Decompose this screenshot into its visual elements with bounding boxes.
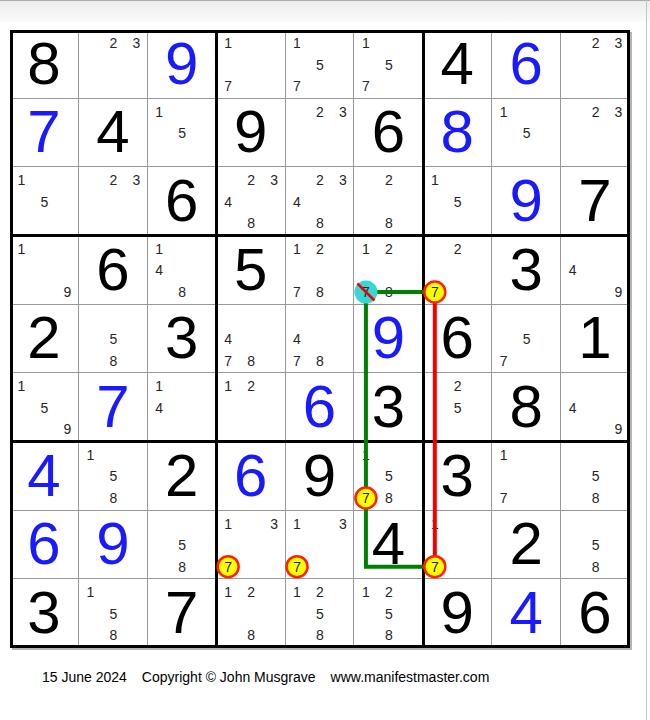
cell-r7c6[interactable]: 158 — [354, 442, 423, 511]
cell-r9c1[interactable]: 3 — [10, 579, 79, 648]
cell-r6c3[interactable]: 14 — [148, 373, 217, 442]
candidate-1: 1 — [358, 584, 374, 600]
cell-r5c6[interactable]: 9 — [354, 305, 423, 374]
cell-r8c4[interactable]: 13 — [217, 511, 286, 580]
cell-value: 3 — [10, 579, 78, 647]
cell-r2c8[interactable]: 15 — [492, 99, 561, 168]
candidate-2: 2 — [450, 378, 466, 394]
candidate-9: 9 — [59, 421, 75, 437]
cell-value: 9 — [148, 30, 216, 98]
candidate-1: 1 — [220, 35, 236, 51]
candidate-1: 1 — [358, 241, 374, 257]
candidate-8: 8 — [381, 284, 397, 300]
cell-value: 3 — [148, 305, 216, 373]
cell-r7c5[interactable]: 9 — [286, 442, 355, 511]
candidate-1: 1 — [13, 378, 29, 394]
candidate-7: 7 — [289, 78, 305, 94]
cell-r8c9[interactable]: 58 — [561, 511, 630, 580]
candidate-5: 5 — [36, 400, 52, 416]
cell-r7c9[interactable]: 58 — [561, 442, 630, 511]
candidate-3: 3 — [611, 35, 627, 51]
cell-r6c4[interactable]: 12 — [217, 373, 286, 442]
candidate-1: 1 — [82, 447, 98, 463]
sudoku-board-area: 8239171571574623741592368152315236234823… — [10, 30, 630, 648]
candidate-8: 8 — [174, 559, 190, 575]
cell-r4c9[interactable]: 49 — [561, 236, 630, 305]
candidate-4: 4 — [151, 400, 167, 416]
cell-value: 9 — [217, 99, 285, 167]
cell-r9c3[interactable]: 7 — [148, 579, 217, 648]
cell-r1c5[interactable]: 157 — [286, 30, 355, 99]
candidate-1: 1 — [220, 378, 236, 394]
candidate-7: 7 — [358, 78, 374, 94]
cell-value: 9 — [423, 579, 491, 647]
candidate-5: 5 — [174, 125, 190, 141]
candidate-3: 3 — [266, 172, 282, 188]
candidate-7: 7 — [496, 490, 512, 506]
candidate-5: 5 — [450, 194, 466, 210]
candidate-5: 5 — [312, 57, 328, 73]
cell-value: 7 — [10, 99, 78, 167]
right-edge-line — [646, 0, 647, 720]
cell-value: 2 — [10, 305, 78, 373]
cell-value: 7 — [561, 167, 629, 235]
cell-r4c8[interactable]: 3 — [492, 236, 561, 305]
candidate-5: 5 — [174, 537, 190, 553]
candidate-1: 1 — [289, 584, 305, 600]
cell-r2c9[interactable]: 23 — [561, 99, 630, 168]
candidate-2: 2 — [243, 584, 259, 600]
candidate-7: 7 — [496, 353, 512, 369]
candidate-8: 8 — [588, 490, 604, 506]
candidate-2: 2 — [381, 172, 397, 188]
cell-r3c7[interactable]: 15 — [423, 167, 492, 236]
cell-r3c8[interactable]: 9 — [492, 167, 561, 236]
candidate-8: 8 — [381, 215, 397, 231]
cell-r5c1[interactable]: 2 — [10, 305, 79, 374]
candidate-4: 4 — [565, 262, 581, 278]
candidate-2: 2 — [243, 172, 259, 188]
cell-r8c8[interactable]: 2 — [492, 511, 561, 580]
cell-r1c1[interactable]: 8 — [10, 30, 79, 99]
candidate-5: 5 — [381, 468, 397, 484]
cell-value: 1 — [561, 305, 629, 373]
candidate-5: 5 — [381, 57, 397, 73]
candidate-5: 5 — [381, 606, 397, 622]
candidate-4: 4 — [565, 400, 581, 416]
candidate-3: 3 — [128, 172, 144, 188]
cell-r7c1[interactable]: 4 — [10, 442, 79, 511]
candidate-3: 3 — [128, 35, 144, 51]
candidate-5: 5 — [588, 537, 604, 553]
cell-r4c2[interactable]: 6 — [79, 236, 148, 305]
cell-value: 3 — [492, 236, 560, 304]
cell-r1c3[interactable]: 9 — [148, 30, 217, 99]
candidate-2: 2 — [312, 172, 328, 188]
cell-value: 6 — [217, 442, 285, 510]
cell-r5c4[interactable]: 478 — [217, 305, 286, 374]
candidate-1: 1 — [13, 172, 29, 188]
cell-r4c1[interactable]: 19 — [10, 236, 79, 305]
cell-value: 6 — [10, 511, 78, 579]
cell-r2c7[interactable]: 8 — [423, 99, 492, 168]
cell-r6c5[interactable]: 6 — [286, 373, 355, 442]
cell-value: 9 — [354, 305, 422, 373]
cell-value: 9 — [79, 511, 147, 579]
cell-value: 7 — [79, 373, 147, 441]
candidate-2: 2 — [312, 104, 328, 120]
candidate-5: 5 — [105, 606, 121, 622]
cell-r9c5[interactable]: 1258 — [286, 579, 355, 648]
cell-r9c2[interactable]: 158 — [79, 579, 148, 648]
candidate-5: 5 — [105, 331, 121, 347]
candidate-5: 5 — [519, 125, 535, 141]
candidate-4: 4 — [289, 331, 305, 347]
cell-r1c2[interactable]: 23 — [79, 30, 148, 99]
candidate-1: 1 — [151, 104, 167, 120]
cell-value: 6 — [492, 30, 560, 98]
cell-r4c4[interactable]: 5 — [217, 236, 286, 305]
candidate-8: 8 — [243, 215, 259, 231]
cell-value: 8 — [10, 30, 78, 98]
candidate-8: 8 — [105, 490, 121, 506]
cell-r6c8[interactable]: 8 — [492, 373, 561, 442]
cell-r9c7[interactable]: 9 — [423, 579, 492, 648]
cell-r8c6[interactable]: 4 — [354, 511, 423, 580]
candidate-1: 1 — [289, 516, 305, 532]
cell-r8c1[interactable]: 6 — [10, 511, 79, 580]
cell-value: 3 — [354, 373, 422, 441]
cell-r4c3[interactable]: 148 — [148, 236, 217, 305]
cell-value: 4 — [492, 579, 560, 647]
candidate-3: 3 — [335, 104, 351, 120]
candidate-2: 2 — [105, 172, 121, 188]
candidate-7: 7 — [289, 284, 305, 300]
candidate-7: 7 — [289, 353, 305, 369]
candidate-1: 1 — [358, 447, 374, 463]
cell-value: 6 — [354, 99, 422, 167]
cell-r8c7[interactable]: 1 — [423, 511, 492, 580]
candidate-9: 9 — [59, 284, 75, 300]
cell-r5c7[interactable]: 6 — [423, 305, 492, 374]
candidate-9: 9 — [611, 284, 627, 300]
cell-r7c7[interactable]: 3 — [423, 442, 492, 511]
candidate-5: 5 — [105, 468, 121, 484]
footer: 15 June 2024 Copyright © John Musgrave w… — [42, 669, 489, 685]
candidate-1: 1 — [13, 241, 29, 257]
candidate-1: 1 — [427, 172, 443, 188]
candidate-2: 2 — [450, 241, 466, 257]
cell-r2c3[interactable]: 15 — [148, 99, 217, 168]
cell-value: 6 — [286, 373, 354, 441]
candidate-8: 8 — [312, 627, 328, 643]
cell-r9c4[interactable]: 128 — [217, 579, 286, 648]
candidate-8: 8 — [243, 353, 259, 369]
candidate-8: 8 — [105, 353, 121, 369]
cell-r3c1[interactable]: 15 — [10, 167, 79, 236]
candidate-8: 8 — [312, 353, 328, 369]
candidate-1: 1 — [151, 241, 167, 257]
candidate-8: 8 — [381, 490, 397, 506]
cell-r9c8[interactable]: 4 — [492, 579, 561, 648]
cell-value: 7 — [148, 579, 216, 647]
cell-value: 8 — [492, 373, 560, 441]
candidate-1: 1 — [496, 447, 512, 463]
candidate-8: 8 — [312, 215, 328, 231]
sudoku-board: 8239171571574623741592368152315236234823… — [10, 30, 630, 648]
cell-value: 6 — [79, 236, 147, 304]
cell-r3c3[interactable]: 6 — [148, 167, 217, 236]
candidate-3: 3 — [335, 516, 351, 532]
candidate-3: 3 — [266, 516, 282, 532]
candidate-3: 3 — [335, 172, 351, 188]
cell-value: 8 — [423, 99, 491, 167]
cell-value: 3 — [423, 442, 491, 510]
cell-value: 2 — [492, 511, 560, 579]
cell-r8c3[interactable]: 58 — [148, 511, 217, 580]
cell-r9c6[interactable]: 1258 — [354, 579, 423, 648]
cell-r4c6[interactable]: 128 — [354, 236, 423, 305]
cell-r3c2[interactable]: 23 — [79, 167, 148, 236]
candidate-9: 9 — [611, 421, 627, 437]
candidate-8: 8 — [588, 559, 604, 575]
cell-value: 5 — [217, 236, 285, 304]
cell-value: 4 — [354, 511, 422, 579]
cell-r1c4[interactable]: 17 — [217, 30, 286, 99]
cell-r6c9[interactable]: 49 — [561, 373, 630, 442]
candidate-5: 5 — [312, 606, 328, 622]
cell-r9c9[interactable]: 6 — [561, 579, 630, 648]
candidate-8: 8 — [243, 627, 259, 643]
cell-value: 4 — [79, 99, 147, 167]
candidate-4: 4 — [151, 262, 167, 278]
cell-r1c8[interactable]: 6 — [492, 30, 561, 99]
cell-r7c2[interactable]: 158 — [79, 442, 148, 511]
candidate-1: 1 — [220, 584, 236, 600]
cell-r5c2[interactable]: 58 — [79, 305, 148, 374]
cell-r5c3[interactable]: 3 — [148, 305, 217, 374]
candidate-2: 2 — [312, 241, 328, 257]
candidate-2: 2 — [588, 104, 604, 120]
candidate-1: 1 — [220, 516, 236, 532]
cell-r2c6[interactable]: 6 — [354, 99, 423, 168]
candidate-1: 1 — [496, 104, 512, 120]
cell-value: 9 — [286, 442, 354, 510]
cell-r3c9[interactable]: 7 — [561, 167, 630, 236]
candidate-2: 2 — [312, 584, 328, 600]
candidate-5: 5 — [588, 468, 604, 484]
cell-r6c6[interactable]: 3 — [354, 373, 423, 442]
candidate-8: 8 — [381, 627, 397, 643]
candidate-8: 8 — [174, 284, 190, 300]
cell-value: 2 — [148, 442, 216, 510]
cell-r2c1[interactable]: 7 — [10, 99, 79, 168]
cell-r3c6[interactable]: 28 — [354, 167, 423, 236]
candidate-4: 4 — [220, 194, 236, 210]
cell-r2c5[interactable]: 23 — [286, 99, 355, 168]
candidate-7: 7 — [220, 353, 236, 369]
candidate-3: 3 — [611, 104, 627, 120]
top-strip — [0, 0, 650, 22]
candidate-1: 1 — [358, 35, 374, 51]
cell-value: 6 — [423, 305, 491, 373]
cell-r8c5[interactable]: 13 — [286, 511, 355, 580]
cell-r3c4[interactable]: 2348 — [217, 167, 286, 236]
cell-r5c8[interactable]: 57 — [492, 305, 561, 374]
candidate-5: 5 — [36, 194, 52, 210]
candidate-7: 7 — [220, 78, 236, 94]
cell-r6c2[interactable]: 7 — [79, 373, 148, 442]
cell-r2c4[interactable]: 9 — [217, 99, 286, 168]
cell-value: 6 — [561, 579, 629, 647]
cell-r7c3[interactable]: 2 — [148, 442, 217, 511]
footer-date: 15 June 2024 — [42, 669, 127, 685]
candidate-5: 5 — [450, 400, 466, 416]
candidate-4: 4 — [220, 331, 236, 347]
cell-r7c4[interactable]: 6 — [217, 442, 286, 511]
candidate-1: 1 — [289, 35, 305, 51]
footer-website: www.manifestmaster.com — [331, 669, 490, 685]
cell-r4c5[interactable]: 1278 — [286, 236, 355, 305]
cell-r1c9[interactable]: 23 — [561, 30, 630, 99]
candidate-2: 2 — [105, 35, 121, 51]
candidate-5: 5 — [519, 331, 535, 347]
candidate-2: 2 — [381, 241, 397, 257]
candidate-8: 8 — [105, 627, 121, 643]
cell-r2c2[interactable]: 4 — [79, 99, 148, 168]
footer-copyright: Copyright © John Musgrave — [142, 669, 316, 685]
cell-r7c8[interactable]: 17 — [492, 442, 561, 511]
cell-r4c7[interactable]: 2 — [423, 236, 492, 305]
cell-r3c5[interactable]: 2348 — [286, 167, 355, 236]
cell-r6c7[interactable]: 25 — [423, 373, 492, 442]
cell-r8c2[interactable]: 9 — [79, 511, 148, 580]
candidate-2: 2 — [381, 584, 397, 600]
cell-value: 6 — [148, 167, 216, 235]
candidate-1: 1 — [82, 584, 98, 600]
cell-r1c6[interactable]: 157 — [354, 30, 423, 99]
candidate-2: 2 — [243, 378, 259, 394]
candidate-8: 8 — [312, 284, 328, 300]
cell-value: 4 — [10, 442, 78, 510]
candidate-1: 1 — [289, 241, 305, 257]
candidate-1: 1 — [427, 516, 443, 532]
cell-r1c7[interactable]: 4 — [423, 30, 492, 99]
cell-value: 4 — [423, 30, 491, 98]
candidate-2: 2 — [588, 35, 604, 51]
cell-r5c9[interactable]: 1 — [561, 305, 630, 374]
candidate-1: 1 — [151, 378, 167, 394]
candidate-4: 4 — [289, 194, 305, 210]
cell-r5c5[interactable]: 478 — [286, 305, 355, 374]
cell-r6c1[interactable]: 159 — [10, 373, 79, 442]
cell-value: 9 — [492, 167, 560, 235]
